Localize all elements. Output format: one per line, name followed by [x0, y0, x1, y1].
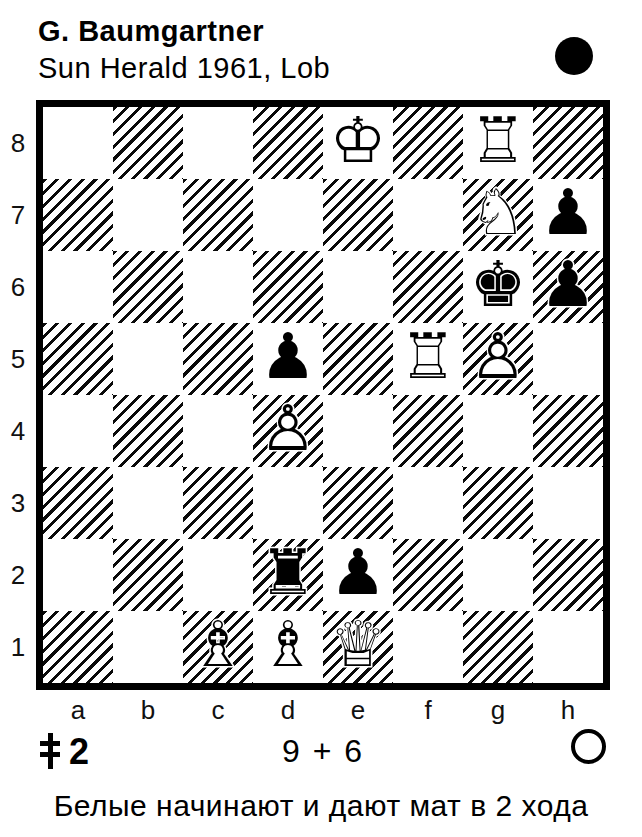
rank-label-7: 7 [6, 179, 30, 251]
square-a1[interactable] [43, 611, 113, 683]
white-rook: ♜♖ [393, 323, 463, 395]
square-c6[interactable] [183, 251, 253, 323]
file-label-d: d [253, 694, 323, 726]
white-pawn: ♟♙ [463, 323, 533, 395]
black-pawn: ♟♟ [533, 179, 603, 251]
square-g1[interactable] [463, 611, 533, 683]
rank-label-3: 3 [6, 467, 30, 539]
file-label-h: h [533, 694, 603, 726]
square-a3[interactable] [43, 467, 113, 539]
square-g5[interactable]: ♟♙ [463, 323, 533, 395]
rank-label-8: 8 [6, 107, 30, 179]
file-labels: abcdefgh [43, 694, 603, 726]
file-label-e: e [323, 694, 393, 726]
square-g6[interactable]: ♚♚ [463, 251, 533, 323]
square-h2[interactable] [533, 539, 603, 611]
square-b5[interactable] [113, 323, 183, 395]
square-e2[interactable]: ♟♟ [323, 539, 393, 611]
file-label-b: b [113, 694, 183, 726]
square-h4[interactable] [533, 395, 603, 467]
square-b3[interactable] [113, 467, 183, 539]
white-rook: ♜♖ [463, 107, 533, 179]
black-pawn: ♟♟ [323, 539, 393, 611]
square-e6[interactable] [323, 251, 393, 323]
square-g2[interactable] [463, 539, 533, 611]
chessboard: ♚♔♜♖♞♘♟♟♚♚♟♟♟♟♜♖♟♙♟♙♜♜♟♟♝♗♝♗♛♕ [43, 107, 603, 683]
rank-labels: 87654321 [6, 107, 30, 683]
square-h8[interactable] [533, 107, 603, 179]
square-f8[interactable] [393, 107, 463, 179]
square-a4[interactable] [43, 395, 113, 467]
source-line: Sun Herald 1961, Lob [38, 52, 330, 85]
white-king: ♚♔ [323, 107, 393, 179]
square-h3[interactable] [533, 467, 603, 539]
square-g3[interactable] [463, 467, 533, 539]
square-d2[interactable]: ♜♜ [253, 539, 323, 611]
square-a2[interactable] [43, 539, 113, 611]
square-c4[interactable] [183, 395, 253, 467]
problem-diagram-page: G. Baumgartner Sun Herald 1961, Lob 8765… [0, 0, 642, 837]
square-g8[interactable]: ♜♖ [463, 107, 533, 179]
square-a7[interactable] [43, 179, 113, 251]
square-a6[interactable] [43, 251, 113, 323]
square-f1[interactable] [393, 611, 463, 683]
file-label-f: f [393, 694, 463, 726]
square-h1[interactable] [533, 611, 603, 683]
square-b2[interactable] [113, 539, 183, 611]
square-g7[interactable]: ♞♘ [463, 179, 533, 251]
black-king: ♚♚ [463, 251, 533, 323]
black-pawn: ♟♟ [533, 251, 603, 323]
square-a8[interactable] [43, 107, 113, 179]
caption-text: Белые начинают и дают мат в 2 хода [0, 789, 642, 823]
square-d6[interactable] [253, 251, 323, 323]
square-f5[interactable]: ♜♖ [393, 323, 463, 395]
square-b8[interactable] [113, 107, 183, 179]
square-c1[interactable]: ♝♗ [183, 611, 253, 683]
square-a5[interactable] [43, 323, 113, 395]
material-count: 9 + 6 [36, 733, 610, 770]
white-pawn: ♟♙ [253, 395, 323, 467]
square-c5[interactable] [183, 323, 253, 395]
square-e8[interactable]: ♚♔ [323, 107, 393, 179]
white-queen: ♛♕ [323, 611, 393, 683]
white-circle-icon [571, 729, 606, 764]
rank-label-2: 2 [6, 539, 30, 611]
square-f4[interactable] [393, 395, 463, 467]
square-f2[interactable] [393, 539, 463, 611]
rank-label-4: 4 [6, 395, 30, 467]
square-c7[interactable] [183, 179, 253, 251]
square-g4[interactable] [463, 395, 533, 467]
rank-label-6: 6 [6, 251, 30, 323]
black-rook: ♜♜ [253, 539, 323, 611]
square-f6[interactable] [393, 251, 463, 323]
square-b1[interactable] [113, 611, 183, 683]
square-h7[interactable]: ♟♟ [533, 179, 603, 251]
file-label-g: g [463, 694, 533, 726]
file-label-c: c [183, 694, 253, 726]
rank-label-5: 5 [6, 323, 30, 395]
author-name: G. Baumgartner [38, 15, 264, 48]
square-d5[interactable]: ♟♟ [253, 323, 323, 395]
board-frame: ♚♔♜♖♞♘♟♟♚♚♟♟♟♟♜♖♟♙♟♙♜♜♟♟♝♗♝♗♛♕ [36, 100, 610, 690]
square-f7[interactable] [393, 179, 463, 251]
square-e7[interactable] [323, 179, 393, 251]
square-d8[interactable] [253, 107, 323, 179]
white-bishop: ♝♗ [183, 611, 253, 683]
black-pawn: ♟♟ [253, 323, 323, 395]
square-c8[interactable] [183, 107, 253, 179]
square-e5[interactable] [323, 323, 393, 395]
square-b4[interactable] [113, 395, 183, 467]
black-circle-icon [555, 37, 593, 75]
square-h6[interactable]: ♟♟ [533, 251, 603, 323]
square-d4[interactable]: ♟♙ [253, 395, 323, 467]
square-c3[interactable] [183, 467, 253, 539]
square-h5[interactable] [533, 323, 603, 395]
file-label-a: a [43, 694, 113, 726]
square-d3[interactable] [253, 467, 323, 539]
square-d1[interactable]: ♝♗ [253, 611, 323, 683]
square-b7[interactable] [113, 179, 183, 251]
white-knight: ♞♘ [463, 179, 533, 251]
rank-label-1: 1 [6, 611, 30, 683]
square-f3[interactable] [393, 467, 463, 539]
square-c2[interactable] [183, 539, 253, 611]
square-e4[interactable] [323, 395, 393, 467]
square-e1[interactable]: ♛♕ [323, 611, 393, 683]
square-e3[interactable] [323, 467, 393, 539]
square-d7[interactable] [253, 179, 323, 251]
white-bishop: ♝♗ [253, 611, 323, 683]
square-b6[interactable] [113, 251, 183, 323]
